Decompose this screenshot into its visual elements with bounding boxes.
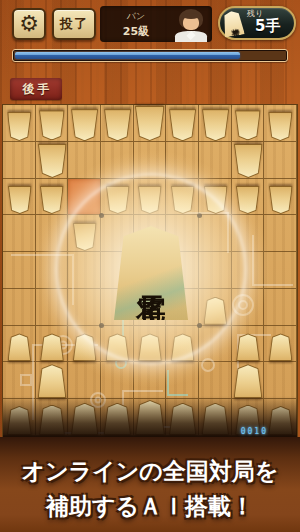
shogi-piece[interactable]: 金将	[104, 403, 131, 435]
promo-line-1: オンラインの全国対局を	[22, 456, 279, 487]
shogi-piece[interactable]: 歩兵	[40, 186, 64, 214]
resign-button[interactable]: 投了	[52, 8, 96, 40]
shogi-piece[interactable]: 歩兵	[236, 333, 260, 361]
shogi-piece[interactable]: 香車	[7, 112, 31, 141]
shogi-piece[interactable]: 角行	[234, 144, 263, 178]
shogi-piece[interactable]: 金将	[169, 403, 196, 435]
shogi-piece[interactable]: 角行	[38, 364, 67, 398]
shogi-piece[interactable]: 歩兵	[8, 186, 32, 214]
circuit-digits-decoration: 0010	[241, 427, 268, 436]
remaining-value: 5手	[255, 18, 280, 35]
shogi-piece[interactable]: 歩兵	[269, 333, 293, 361]
shogi-piece[interactable]: 銀将	[202, 403, 229, 435]
shogi-piece[interactable]: 歩兵	[106, 333, 130, 361]
densho-logo-piece: 電将	[114, 226, 188, 320]
shogi-piece[interactable]: 歩兵	[269, 186, 293, 214]
shogi-piece[interactable]: 銀将	[202, 109, 229, 141]
shogi-piece[interactable]: 金将	[104, 109, 131, 141]
player-panel: バン 25級	[100, 6, 212, 42]
shogi-piece[interactable]: 歩兵	[204, 297, 228, 325]
shogi-piece[interactable]: 飛車	[38, 144, 67, 178]
shogi-piece[interactable]: 香車	[268, 406, 292, 435]
shogi-piece[interactable]: 歩兵	[204, 186, 228, 214]
turn-badge-gote: 後手	[10, 78, 62, 100]
shogi-piece[interactable]: 歩兵	[236, 186, 260, 214]
shogi-piece[interactable]: 歩兵	[73, 333, 97, 361]
shogi-piece[interactable]: 香車	[7, 406, 31, 435]
gear-icon: ⚙	[19, 13, 39, 35]
player-name: バン	[127, 10, 145, 23]
time-progress-bar	[12, 49, 288, 62]
shogi-piece[interactable]: 歩兵	[138, 333, 162, 361]
shogi-piece[interactable]: 歩兵	[171, 333, 195, 361]
shogi-piece[interactable]: 桂馬	[39, 405, 65, 435]
promo-caption: オンラインの全国対局を 補助するＡＩ搭載！	[0, 437, 300, 532]
shogi-piece[interactable]: 歩兵	[171, 186, 195, 214]
shogi-piece[interactable]: 歩兵	[8, 333, 32, 361]
resign-label: 投了	[60, 15, 88, 33]
shogi-piece[interactable]: 玉将	[135, 106, 165, 141]
avatar	[172, 8, 210, 42]
ai-remaining-badge: 電将 残り 5手	[218, 6, 296, 40]
shogi-piece[interactable]: 香車	[268, 112, 292, 141]
shogi-piece[interactable]: 歩兵	[106, 186, 130, 214]
shogi-piece[interactable]: 歩兵	[40, 333, 64, 361]
settings-button[interactable]: ⚙	[12, 8, 46, 40]
promo-line-2: 補助するＡＩ搭載！	[46, 491, 254, 522]
shogi-piece[interactable]: 銀将	[71, 109, 98, 141]
shogi-piece[interactable]: 飛車	[234, 364, 263, 398]
player-rank: 25級	[123, 24, 149, 39]
shogi-piece[interactable]: 王将	[135, 400, 165, 435]
shogi-board[interactable]: 香車桂馬銀将金将玉将金将銀将桂馬香車飛車角行歩兵歩兵歩兵歩兵歩兵歩兵歩兵歩兵歩兵…	[2, 104, 298, 437]
shogi-piece[interactable]: 金将	[169, 109, 196, 141]
shogi-piece[interactable]: 歩兵	[138, 186, 162, 214]
progress-fill	[15, 52, 240, 59]
densho-piece-icon: 電将	[221, 9, 245, 37]
shogi-piece[interactable]: 桂馬	[39, 110, 65, 140]
shogi-piece[interactable]: 銀将	[71, 403, 98, 435]
shogi-piece[interactable]: 歩兵	[73, 223, 97, 251]
shogi-piece[interactable]: 桂馬	[235, 110, 261, 140]
app-screen: ⚙ 投了 バン 25級 電将 残り 5手 後手	[0, 0, 300, 532]
